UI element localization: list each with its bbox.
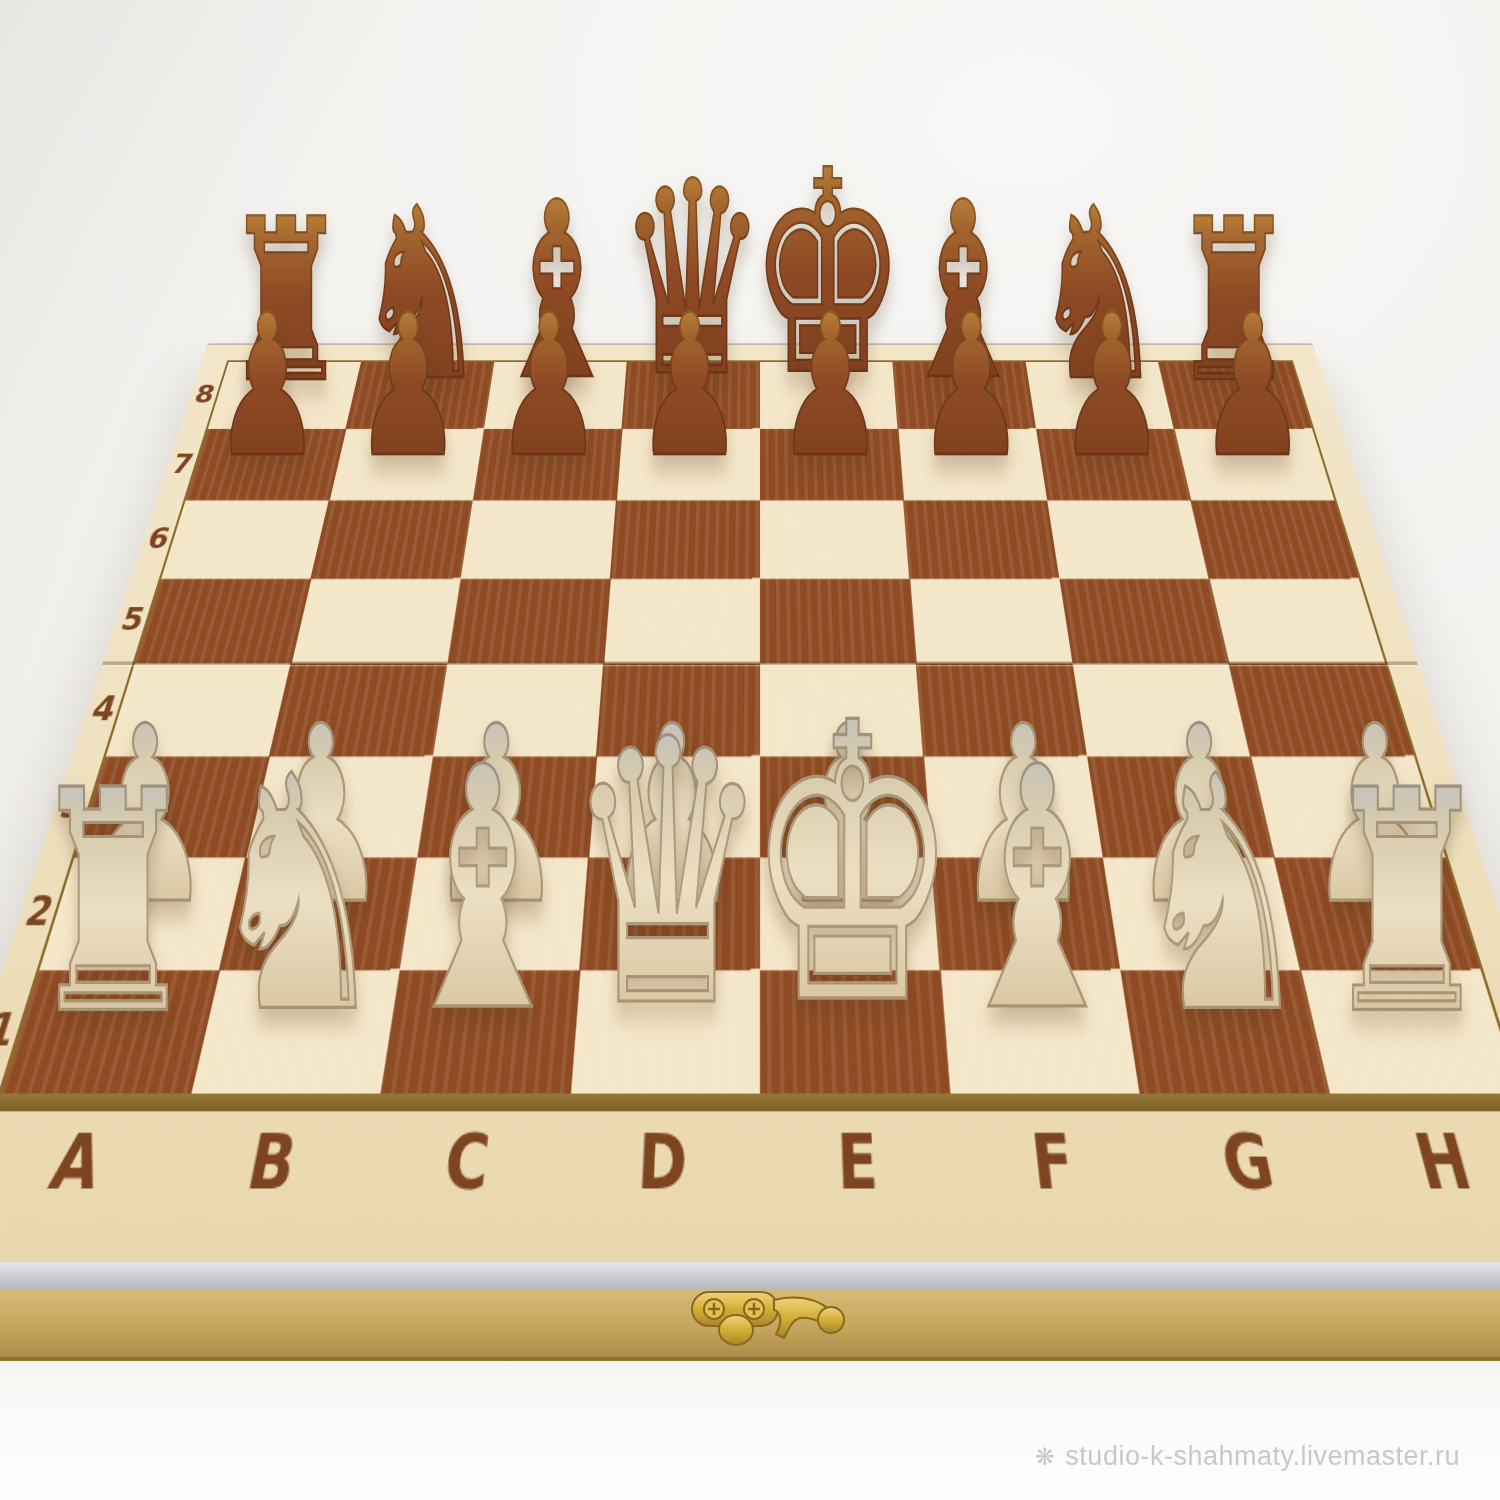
- box-silver-edge: [0, 1262, 1500, 1289]
- file-label: H: [1388, 1120, 1500, 1205]
- piece-black-pawn[interactable]: ♟: [494, 289, 603, 484]
- piece-black-pawn[interactable]: ♟: [1057, 289, 1166, 484]
- piece-black-pawn[interactable]: ♟: [1198, 289, 1307, 484]
- piece-white-king[interactable]: ♚: [745, 674, 959, 1056]
- brass-clasp-icon[interactable]: [688, 1286, 852, 1354]
- file-label: A: [20, 1120, 132, 1205]
- piece-black-pawn[interactable]: ♟: [635, 289, 744, 484]
- piece-black-pawn[interactable]: ♟: [916, 289, 1025, 484]
- piece-white-queen[interactable]: ♛: [565, 692, 769, 1057]
- watermark-text: studio-k-shahmaty.livemaster.ru: [1065, 1441, 1460, 1471]
- piece-black-pawn[interactable]: ♟: [353, 289, 462, 484]
- piece-white-bishop[interactable]: ♝: [944, 724, 1130, 1057]
- file-label: C: [417, 1120, 516, 1205]
- piece-white-knight[interactable]: ♞: [207, 734, 388, 1057]
- file-label: G: [1196, 1120, 1302, 1205]
- piece-white-bishop[interactable]: ♝: [390, 724, 576, 1057]
- piece-black-pawn[interactable]: ♟: [213, 289, 322, 484]
- gold-border-band: [0, 1094, 1500, 1112]
- piece-white-knight[interactable]: ♞: [1132, 734, 1313, 1057]
- flower-logo-icon: ❋: [1035, 1443, 1056, 1470]
- piece-black-pawn[interactable]: ♟: [776, 289, 885, 484]
- piece-white-rook[interactable]: ♜: [1321, 751, 1492, 1057]
- table-surface: [0, 1357, 1500, 1500]
- piece-white-rook[interactable]: ♜: [27, 751, 198, 1057]
- file-label: B: [218, 1120, 324, 1205]
- photo-stage: 87654321ABCDEFGH ♜♞♝♛♚♝♞♜♟♟♟♟♟♟♟♟♟♟♟♟♟♟♟…: [0, 0, 1500, 1500]
- file-label: F: [1004, 1120, 1103, 1205]
- file-label: D: [615, 1120, 707, 1205]
- file-label: E: [812, 1120, 904, 1205]
- watermark: ❋studio-k-shahmaty.livemaster.ru: [1035, 1441, 1460, 1472]
